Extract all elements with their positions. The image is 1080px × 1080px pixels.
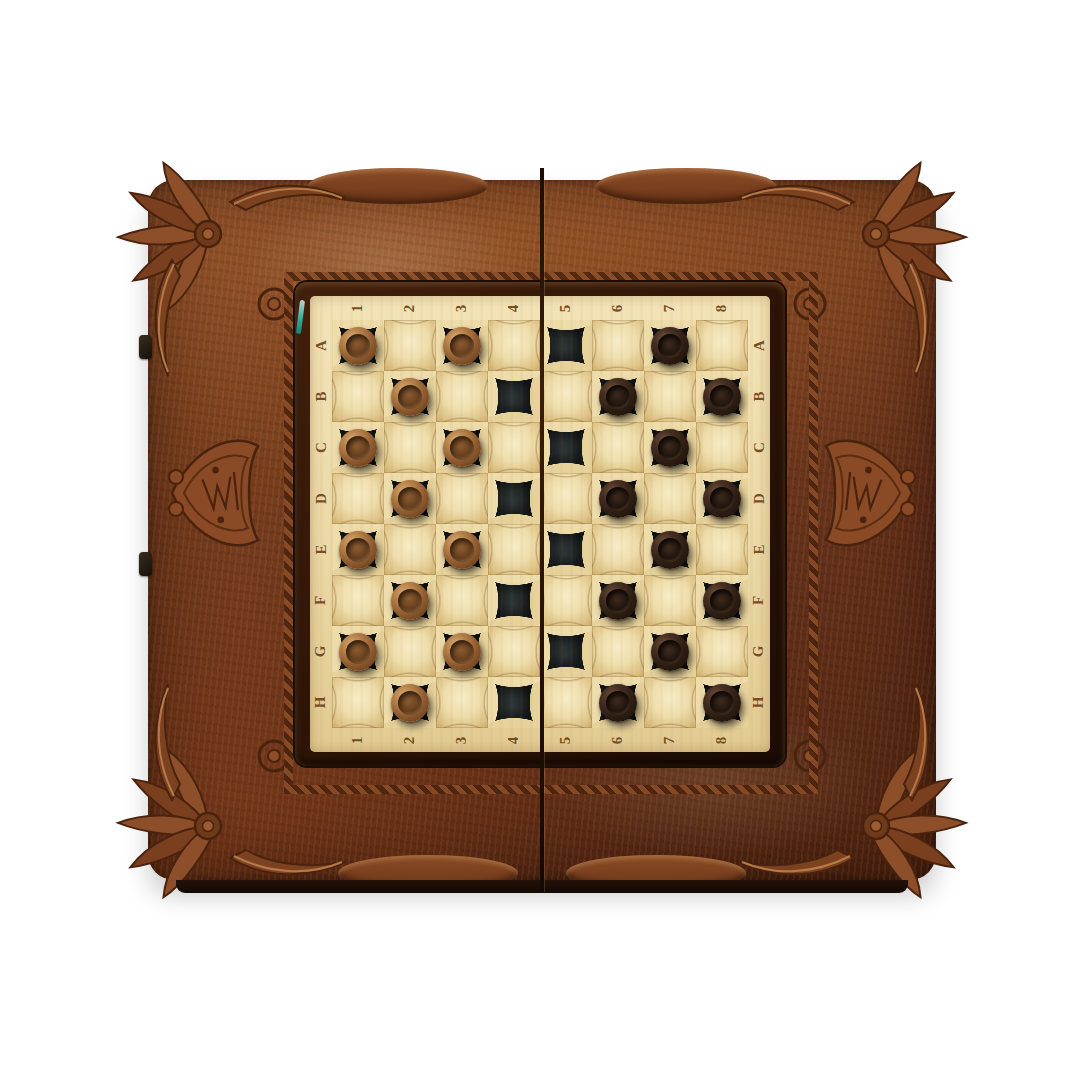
label-corner: [748, 296, 770, 320]
cell-A4: [488, 320, 540, 371]
cell-E6: [592, 524, 644, 575]
cell-A1[interactable]: [332, 320, 384, 371]
cell-G4: [488, 626, 540, 677]
cell-B7: [644, 371, 696, 422]
cell-F7: [644, 575, 696, 626]
cell-A6: [592, 320, 644, 371]
dark-checker-H8[interactable]: [703, 684, 741, 722]
coordinate-letter-label: A: [310, 320, 332, 371]
dark-checker-F8[interactable]: [703, 582, 741, 620]
cell-F1: [332, 575, 384, 626]
coordinate-letter-label: B: [748, 371, 770, 422]
cell-C1[interactable]: [332, 422, 384, 473]
cell-C4: [488, 422, 540, 473]
cell-D6[interactable]: [592, 473, 644, 524]
cell-D4[interactable]: [488, 473, 540, 524]
cell-B8[interactable]: [696, 371, 748, 422]
cell-C8: [696, 422, 748, 473]
light-checker-A3[interactable]: [443, 327, 481, 365]
light-checker-E3[interactable]: [443, 531, 481, 569]
coordinate-letter-label: F: [310, 575, 332, 626]
dark-checker-E7[interactable]: [651, 531, 689, 569]
clasp-icon[interactable]: [139, 552, 152, 576]
coordinate-number-label: 3: [436, 296, 488, 320]
cell-A3[interactable]: [436, 320, 488, 371]
light-checker-G1[interactable]: [339, 633, 377, 671]
carved-wooden-frame: 12345678AABBCCDDEEFFGGHH12345678: [148, 180, 936, 880]
cell-A7[interactable]: [644, 320, 696, 371]
cell-A2: [384, 320, 436, 371]
cell-G5[interactable]: [540, 626, 592, 677]
coordinate-number-label: 7: [644, 296, 696, 320]
cell-E2: [384, 524, 436, 575]
light-checker-H2[interactable]: [391, 684, 429, 722]
cell-H7: [644, 677, 696, 728]
cell-F3: [436, 575, 488, 626]
coordinate-letter-label: B: [310, 371, 332, 422]
cell-C6: [592, 422, 644, 473]
cell-H3: [436, 677, 488, 728]
coordinate-letter-label: F: [748, 575, 770, 626]
light-checker-A1[interactable]: [339, 327, 377, 365]
dark-checker-G7[interactable]: [651, 633, 689, 671]
cell-E3[interactable]: [436, 524, 488, 575]
cell-E7[interactable]: [644, 524, 696, 575]
light-checker-C3[interactable]: [443, 429, 481, 467]
light-checker-E1[interactable]: [339, 531, 377, 569]
dark-checker-B6[interactable]: [599, 378, 637, 416]
cell-F6[interactable]: [592, 575, 644, 626]
coordinate-number-label: 4: [488, 296, 540, 320]
cell-B4[interactable]: [488, 371, 540, 422]
cell-A8: [696, 320, 748, 371]
dark-checker-F6[interactable]: [599, 582, 637, 620]
dark-checker-H6[interactable]: [599, 684, 637, 722]
cell-G1[interactable]: [332, 626, 384, 677]
coordinate-letter-label: H: [748, 677, 770, 728]
cell-G7[interactable]: [644, 626, 696, 677]
cell-D8[interactable]: [696, 473, 748, 524]
coordinate-number-label: 1: [332, 296, 384, 320]
dark-checker-D6[interactable]: [599, 480, 637, 518]
coordinate-letter-label: A: [748, 320, 770, 371]
cell-E4: [488, 524, 540, 575]
cell-G8: [696, 626, 748, 677]
cell-F5: [540, 575, 592, 626]
light-checker-C1[interactable]: [339, 429, 377, 467]
dark-checker-D8[interactable]: [703, 480, 741, 518]
cell-H4[interactable]: [488, 677, 540, 728]
cell-C5[interactable]: [540, 422, 592, 473]
cell-B3: [436, 371, 488, 422]
label-corner: [310, 728, 332, 752]
coordinate-letter-label: G: [748, 626, 770, 677]
cell-E5[interactable]: [540, 524, 592, 575]
cell-C2: [384, 422, 436, 473]
cell-G3[interactable]: [436, 626, 488, 677]
maker-monogram-medallion-icon: [166, 408, 262, 578]
coordinate-number-label: 7: [644, 728, 696, 752]
clasp-icon[interactable]: [139, 335, 152, 359]
cell-H6[interactable]: [592, 677, 644, 728]
cell-H1: [332, 677, 384, 728]
cell-D3: [436, 473, 488, 524]
coordinate-number-label: 2: [384, 296, 436, 320]
coordinate-number-label: 5: [540, 728, 592, 752]
light-checker-D2[interactable]: [391, 480, 429, 518]
coordinate-letter-label: C: [748, 422, 770, 473]
dark-checker-B8[interactable]: [703, 378, 741, 416]
coordinate-letter-label: E: [310, 524, 332, 575]
cell-H5: [540, 677, 592, 728]
cell-D1: [332, 473, 384, 524]
coordinate-number-label: 8: [696, 728, 748, 752]
cell-C7[interactable]: [644, 422, 696, 473]
coordinate-letter-label: C: [310, 422, 332, 473]
cell-E1[interactable]: [332, 524, 384, 575]
dark-checker-C7[interactable]: [651, 429, 689, 467]
cell-B2[interactable]: [384, 371, 436, 422]
label-corner: [310, 296, 332, 320]
coordinate-number-label: 1: [332, 728, 384, 752]
cell-B6[interactable]: [592, 371, 644, 422]
coordinate-number-label: 8: [696, 296, 748, 320]
cell-G6: [592, 626, 644, 677]
cell-G2: [384, 626, 436, 677]
coordinate-number-label: 4: [488, 728, 540, 752]
cell-E8: [696, 524, 748, 575]
coordinate-letter-label: E: [748, 524, 770, 575]
coordinate-letter-label: G: [310, 626, 332, 677]
maker-monogram-medallion-icon: [822, 408, 918, 578]
light-checker-F2[interactable]: [391, 582, 429, 620]
coordinate-number-label: 6: [592, 296, 644, 320]
cell-D7: [644, 473, 696, 524]
coordinate-letter-label: D: [310, 473, 332, 524]
light-checker-B2[interactable]: [391, 378, 429, 416]
coordinate-letter-label: H: [310, 677, 332, 728]
photo-canvas: 12345678AABBCCDDEEFFGGHH12345678: [0, 0, 1080, 1080]
light-checker-G3[interactable]: [443, 633, 481, 671]
cell-D5: [540, 473, 592, 524]
cell-C3[interactable]: [436, 422, 488, 473]
coordinate-number-label: 3: [436, 728, 488, 752]
coordinate-number-label: 2: [384, 728, 436, 752]
cell-H2[interactable]: [384, 677, 436, 728]
cell-F2[interactable]: [384, 575, 436, 626]
cell-F8[interactable]: [696, 575, 748, 626]
coordinate-number-label: 6: [592, 728, 644, 752]
label-corner: [748, 728, 770, 752]
cell-H8[interactable]: [696, 677, 748, 728]
cell-B1: [332, 371, 384, 422]
dark-checker-A7[interactable]: [651, 327, 689, 365]
cell-F4[interactable]: [488, 575, 540, 626]
coordinate-number-label: 5: [540, 296, 592, 320]
cell-B5: [540, 371, 592, 422]
coordinate-letter-label: D: [748, 473, 770, 524]
fold-seam: [540, 168, 544, 892]
cell-A5[interactable]: [540, 320, 592, 371]
cell-D2[interactable]: [384, 473, 436, 524]
